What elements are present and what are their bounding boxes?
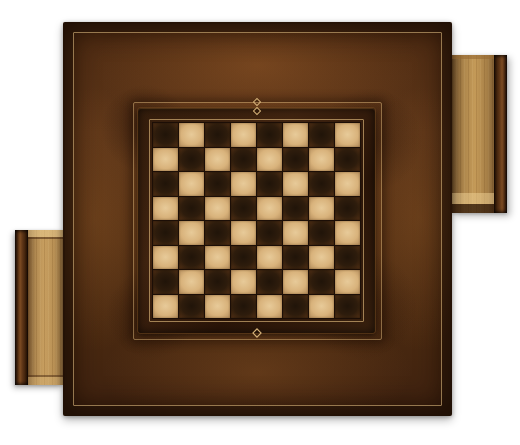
- board-square[interactable]: [153, 295, 178, 319]
- board-square[interactable]: [231, 270, 256, 294]
- board-square[interactable]: [205, 246, 230, 270]
- board-square[interactable]: [179, 172, 204, 196]
- board-square[interactable]: [257, 270, 282, 294]
- board-square[interactable]: [153, 246, 178, 270]
- board-square[interactable]: [309, 123, 334, 147]
- left-drawer-front[interactable]: [15, 230, 28, 385]
- board-square[interactable]: [283, 172, 308, 196]
- left-drawer[interactable]: [15, 230, 63, 385]
- board-square[interactable]: [179, 270, 204, 294]
- board-square[interactable]: [309, 295, 334, 319]
- board-square[interactable]: [231, 148, 256, 172]
- board-square[interactable]: [179, 246, 204, 270]
- board-square[interactable]: [231, 197, 256, 221]
- board-square[interactable]: [283, 148, 308, 172]
- board-square[interactable]: [283, 246, 308, 270]
- board-square[interactable]: [257, 246, 282, 270]
- board-square[interactable]: [153, 270, 178, 294]
- board-square[interactable]: [309, 246, 334, 270]
- board-square[interactable]: [205, 197, 230, 221]
- board-square[interactable]: [283, 221, 308, 245]
- board-square[interactable]: [335, 246, 360, 270]
- right-drawer-interior: [452, 55, 494, 213]
- board-square[interactable]: [257, 172, 282, 196]
- board-square[interactable]: [153, 172, 178, 196]
- board-square[interactable]: [257, 295, 282, 319]
- board-square[interactable]: [257, 123, 282, 147]
- board-square[interactable]: [335, 197, 360, 221]
- board-square[interactable]: [153, 148, 178, 172]
- chessboard[interactable]: [152, 122, 361, 319]
- board-square[interactable]: [335, 295, 360, 319]
- board-square[interactable]: [231, 172, 256, 196]
- board-square[interactable]: [179, 148, 204, 172]
- board-square[interactable]: [153, 197, 178, 221]
- board-square[interactable]: [205, 123, 230, 147]
- board-square[interactable]: [335, 123, 360, 147]
- board-square[interactable]: [179, 221, 204, 245]
- board-square[interactable]: [283, 123, 308, 147]
- diamond-icon: [252, 107, 260, 115]
- board-square[interactable]: [283, 270, 308, 294]
- board-square[interactable]: [283, 295, 308, 319]
- board-square[interactable]: [309, 270, 334, 294]
- diamond-inlay-bottom: [254, 330, 260, 336]
- board-square[interactable]: [309, 221, 334, 245]
- right-drawer-front[interactable]: [494, 55, 507, 213]
- board-square[interactable]: [257, 197, 282, 221]
- board-square[interactable]: [309, 148, 334, 172]
- board-square[interactable]: [179, 295, 204, 319]
- board-square[interactable]: [231, 221, 256, 245]
- left-drawer-interior: [28, 230, 63, 385]
- board-square[interactable]: [205, 295, 230, 319]
- board-square[interactable]: [335, 270, 360, 294]
- board-square[interactable]: [205, 148, 230, 172]
- board-square[interactable]: [179, 197, 204, 221]
- right-drawer[interactable]: [452, 55, 507, 213]
- board-square[interactable]: [153, 123, 178, 147]
- board-square[interactable]: [231, 295, 256, 319]
- chessboard-frame: [138, 108, 375, 333]
- board-square[interactable]: [309, 172, 334, 196]
- board-square[interactable]: [231, 123, 256, 147]
- board-square[interactable]: [335, 172, 360, 196]
- games-table-top: [63, 22, 452, 416]
- board-square[interactable]: [205, 221, 230, 245]
- board-square[interactable]: [153, 221, 178, 245]
- scene: [0, 0, 520, 445]
- board-square[interactable]: [335, 148, 360, 172]
- board-square[interactable]: [257, 221, 282, 245]
- board-square[interactable]: [205, 172, 230, 196]
- board-square[interactable]: [231, 246, 256, 270]
- board-square[interactable]: [283, 197, 308, 221]
- diamond-inlay-top: [254, 99, 260, 114]
- board-square[interactable]: [257, 148, 282, 172]
- board-square[interactable]: [205, 270, 230, 294]
- diamond-icon: [252, 98, 260, 106]
- board-square[interactable]: [309, 197, 334, 221]
- board-square[interactable]: [179, 123, 204, 147]
- board-square[interactable]: [335, 221, 360, 245]
